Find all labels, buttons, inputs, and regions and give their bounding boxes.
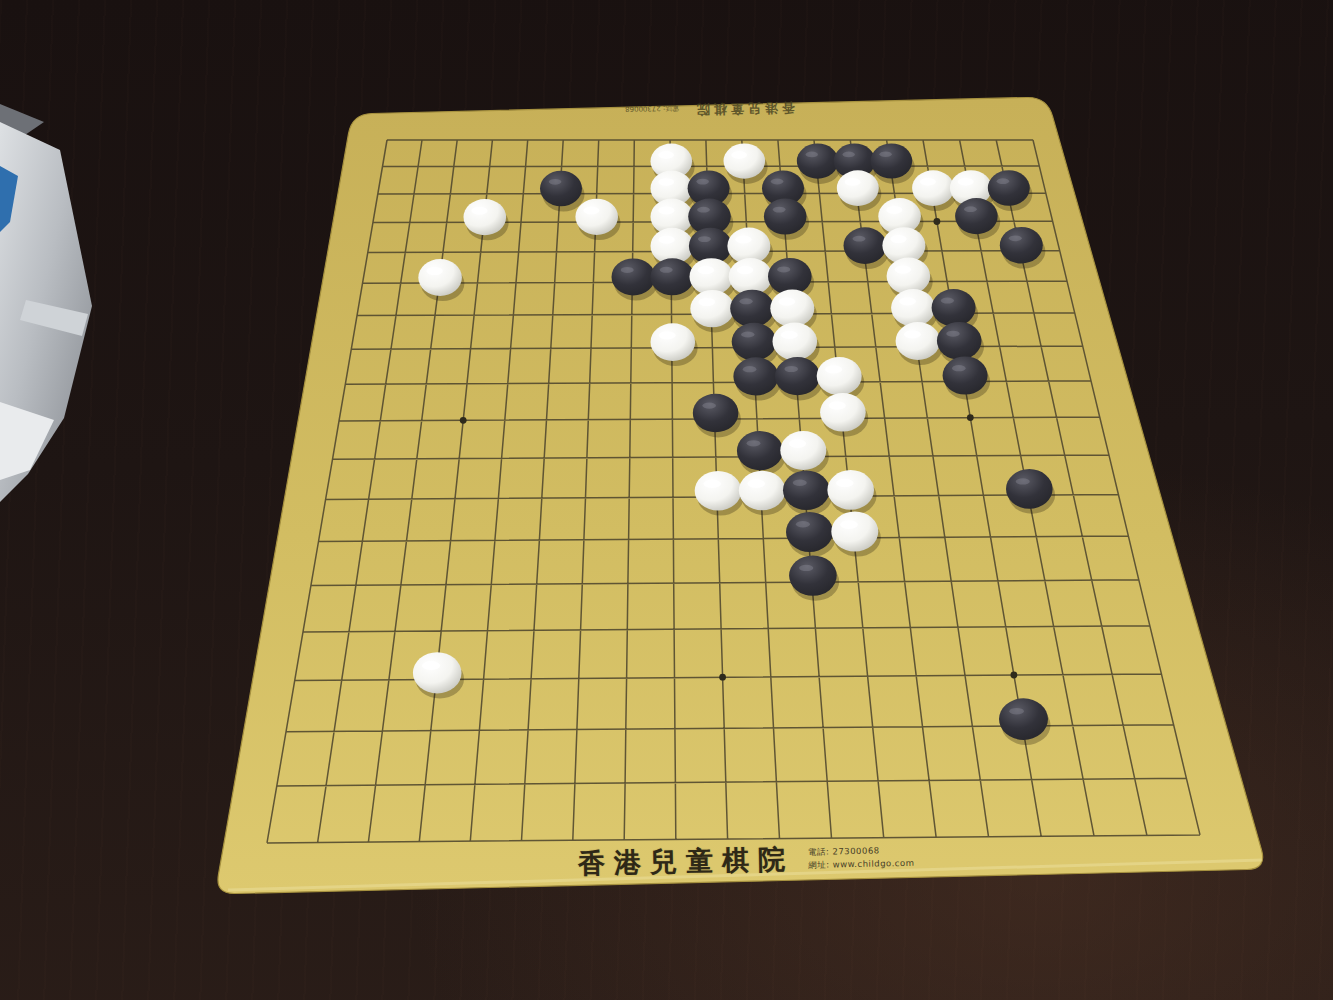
- maker-contact-top: 電話: 27300068: [625, 104, 679, 113]
- stone-glint: [1016, 478, 1030, 484]
- black-stone: [871, 143, 913, 178]
- white-stone: [912, 170, 954, 206]
- stone-glint: [658, 151, 674, 159]
- white-stone: [896, 322, 941, 360]
- white-stone: [827, 470, 874, 510]
- white-stone: [891, 289, 935, 326]
- white-stone: [887, 258, 931, 295]
- maker-title: 香港兒童棋院: [578, 841, 795, 882]
- stone-glint: [899, 297, 916, 305]
- white-stone: [695, 471, 742, 511]
- stone-glint: [658, 236, 674, 244]
- stone-glint: [853, 236, 866, 242]
- stone-glint: [784, 366, 798, 372]
- stone-glint: [549, 179, 562, 185]
- black-stone: [733, 357, 778, 395]
- maker-phone: 電話: 27300068: [808, 844, 915, 858]
- black-stone: [737, 431, 783, 470]
- stone-glint: [702, 403, 716, 409]
- board-title-bottom: 香港兒童棋院 電話: 27300068 網址: www.childgo.com: [578, 838, 939, 882]
- black-stone: [730, 290, 774, 327]
- black-stone: [651, 258, 695, 295]
- stone-glint: [941, 298, 954, 304]
- stone-glint: [952, 365, 966, 371]
- stone-glint: [621, 267, 634, 273]
- stone-glint: [777, 266, 790, 272]
- black-stone: [768, 258, 812, 295]
- stone-glint: [658, 206, 674, 214]
- stone-glint: [840, 520, 858, 529]
- white-stone: [690, 258, 734, 295]
- stone-glint: [920, 178, 936, 186]
- stone-glint: [659, 331, 676, 339]
- black-stone: [955, 198, 998, 234]
- stone-glint: [698, 298, 715, 306]
- stone-glint: [806, 152, 818, 158]
- stone-glint: [796, 521, 810, 527]
- black-stone: [943, 356, 988, 394]
- black-stone: [789, 555, 837, 595]
- black-stone: [783, 470, 830, 510]
- white-stone: [729, 258, 773, 295]
- white-stone: [831, 512, 878, 552]
- stone-glint: [879, 152, 891, 158]
- stone-glint: [843, 152, 855, 158]
- stone-glint: [1009, 235, 1022, 241]
- black-stone: [1006, 469, 1053, 509]
- white-stone: [464, 199, 507, 235]
- stone-glint: [845, 178, 861, 186]
- stone-glint: [747, 440, 761, 446]
- stone-glint: [778, 298, 795, 306]
- maker-website: 網址: www.childgo.com: [808, 857, 915, 871]
- stone-glint: [964, 206, 977, 212]
- stone-glint: [886, 206, 902, 214]
- stone-glint: [1009, 708, 1024, 715]
- maker-title-top: 香港兒童棋院: [693, 100, 795, 117]
- white-stone: [690, 290, 734, 327]
- stone-glint: [583, 207, 599, 215]
- stone-glint: [904, 330, 921, 338]
- star-point: [460, 417, 467, 424]
- black-stone: [932, 289, 976, 326]
- stone-glint: [658, 178, 674, 186]
- white-stone: [418, 259, 462, 296]
- black-stone: [1000, 227, 1043, 264]
- white-stone: [773, 323, 818, 361]
- stone-glint: [703, 480, 721, 489]
- stone-glint: [698, 266, 715, 274]
- white-stone: [739, 471, 786, 511]
- white-stone: [820, 393, 866, 432]
- stone-glint: [741, 332, 754, 338]
- photo-scene: 香港兒童棋院 電話: 27300068 香港兒童棋院 電話: 27300068 …: [0, 0, 1333, 1000]
- stone-glint: [773, 207, 786, 213]
- stone-glint: [799, 565, 813, 571]
- black-stone: [797, 144, 839, 179]
- white-stone: [724, 144, 766, 179]
- black-stone: [764, 198, 807, 234]
- stone-glint: [836, 479, 854, 488]
- stone-glint: [895, 266, 912, 274]
- stone-glint: [781, 331, 798, 339]
- stone-glint: [997, 178, 1010, 184]
- stone-glint: [958, 178, 974, 186]
- stone-glint: [789, 439, 806, 448]
- stone-glint: [748, 479, 766, 488]
- white-stone: [837, 170, 879, 206]
- white-stone: [651, 323, 696, 361]
- black-stone: [844, 227, 887, 264]
- stone-glint: [743, 366, 757, 372]
- white-stone: [413, 652, 462, 693]
- black-stone: [775, 357, 820, 395]
- black-stone: [693, 394, 739, 433]
- white-stone: [770, 290, 814, 327]
- star-point: [719, 674, 726, 681]
- black-stone: [786, 512, 833, 552]
- black-stone: [999, 698, 1048, 740]
- stone-glint: [890, 235, 906, 243]
- white-stone: [817, 357, 862, 395]
- stone-glint: [696, 179, 709, 185]
- stone-glint: [426, 267, 443, 275]
- stone-glint: [731, 151, 747, 159]
- stone-glint: [825, 365, 842, 373]
- stone-glint: [793, 480, 807, 486]
- black-stone: [540, 171, 582, 207]
- maker-contact: 電話: 27300068 網址: www.childgo.com: [808, 844, 915, 871]
- black-stone: [732, 323, 777, 361]
- stone-glint: [829, 401, 846, 410]
- stone-glint: [946, 331, 959, 337]
- stone-glint: [698, 236, 711, 242]
- white-stone: [780, 431, 826, 470]
- stone-glint: [735, 236, 751, 244]
- star-point: [934, 218, 941, 225]
- stone-glint: [771, 179, 784, 185]
- stone-glint: [422, 661, 440, 670]
- white-stone: [575, 199, 618, 235]
- star-point: [1011, 672, 1018, 679]
- stone-glint: [737, 266, 754, 274]
- stone-glint: [660, 267, 673, 273]
- star-point: [967, 414, 974, 421]
- black-stone: [988, 170, 1030, 206]
- black-stone: [612, 258, 656, 295]
- stone-glint: [740, 298, 753, 304]
- black-stone: [937, 322, 982, 360]
- stone-glint: [697, 207, 710, 213]
- stone-glint: [471, 207, 487, 215]
